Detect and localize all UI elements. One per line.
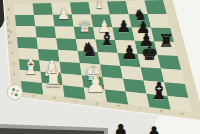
file-label-c: c — [75, 99, 77, 103]
square-a3 — [19, 59, 41, 72]
square-f8 — [107, 1, 129, 14]
square-f5 — [115, 40, 138, 54]
square-a8 — [14, 4, 34, 16]
square-h8 — [144, 0, 166, 14]
square-b4 — [38, 49, 60, 62]
file-label-h: h — [181, 112, 183, 116]
square-b2 — [41, 72, 63, 86]
square-h3 — [161, 69, 185, 84]
square-a7 — [15, 15, 35, 26]
square-f7 — [110, 14, 132, 27]
file-label-g: g — [160, 109, 162, 113]
square-a2 — [20, 70, 42, 83]
square-g7 — [129, 14, 151, 28]
square-h5 — [154, 41, 177, 56]
rank-label-2: 2 — [13, 73, 15, 77]
square-c2 — [61, 74, 84, 88]
square-b3 — [39, 60, 61, 73]
square-f4 — [118, 53, 141, 67]
square-e2 — [102, 77, 125, 92]
square-e3 — [100, 65, 123, 79]
square-c3 — [60, 62, 82, 76]
square-h4 — [158, 55, 182, 70]
square-g2 — [144, 81, 168, 96]
chess-board: abcdefgh87654321 — [0, 0, 200, 134]
square-b6 — [35, 26, 56, 38]
square-c4 — [58, 50, 80, 63]
square-f3 — [120, 66, 143, 81]
square-c8 — [51, 3, 72, 15]
square-a6 — [16, 26, 37, 38]
square-e4 — [98, 52, 121, 66]
square-c7 — [53, 15, 74, 27]
chessboard-photo: abcdefgh87654321 ♝♟♞♛♟♟♟♝♟♜♞♟♚♝♟♚♜♟♝♟♟ — [0, 0, 200, 134]
file-label-a: a — [32, 94, 34, 98]
square-a4 — [18, 48, 39, 60]
square-e6 — [93, 27, 115, 40]
rank-label-7: 7 — [8, 19, 10, 23]
square-g5 — [135, 41, 158, 55]
square-g3 — [141, 67, 165, 82]
square-c5 — [56, 38, 78, 51]
square-e8 — [89, 2, 110, 15]
board-logo — [7, 85, 22, 100]
square-d2 — [82, 75, 105, 89]
square-f6 — [112, 27, 134, 41]
square-e5 — [95, 40, 117, 54]
file-label-d: d — [96, 102, 98, 106]
rank-label-3: 3 — [12, 62, 14, 66]
square-g6 — [132, 28, 155, 42]
square-h6 — [151, 28, 174, 42]
square-e7 — [91, 14, 113, 27]
square-d5 — [76, 39, 98, 52]
square-b8 — [33, 3, 53, 15]
square-a5 — [17, 37, 38, 49]
square-b5 — [37, 38, 58, 50]
square-d8 — [70, 2, 91, 15]
square-g4 — [138, 54, 161, 69]
square-d6 — [74, 27, 96, 40]
rank-label-5: 5 — [10, 41, 12, 45]
square-f2 — [123, 79, 147, 94]
square-g8 — [126, 1, 148, 15]
square-b7 — [34, 15, 55, 27]
square-c6 — [55, 27, 76, 39]
square-d4 — [78, 51, 100, 65]
square-d7 — [72, 15, 93, 28]
square-h7 — [148, 14, 171, 28]
square-d3 — [80, 63, 103, 77]
square-h2 — [164, 82, 188, 98]
